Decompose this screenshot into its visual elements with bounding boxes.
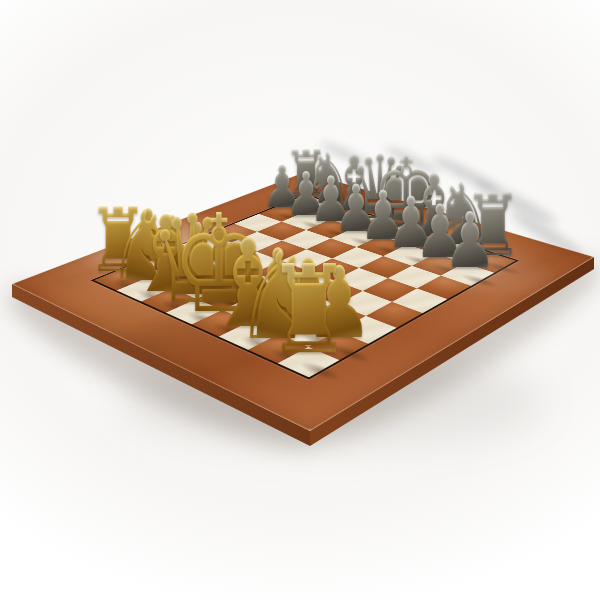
pieces-layer: ♜♞♝♛♚♝♞♜♟♟♟♟♟♟♟♟♟♟♟♟♟♟♟♟♜♞♝♛♚♝♞♜ [0, 0, 600, 600]
piece-black-pawn[interactable]: ♟ [443, 203, 497, 280]
piece-white-rook[interactable]: ♜ [266, 250, 351, 372]
product-photo-scene: ♜♞♝♛♚♝♞♜♟♟♟♟♟♟♟♟♟♟♟♟♟♟♟♟♜♞♝♛♚♝♞♜ [0, 0, 600, 600]
